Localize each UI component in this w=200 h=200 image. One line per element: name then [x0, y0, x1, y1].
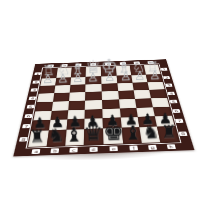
- rank-label-8-right: 8: [178, 131, 187, 136]
- square-f8[interactable]: ♝: [122, 127, 142, 143]
- piece-white-pawn[interactable]: ♙: [119, 70, 130, 83]
- piece-white-pawn[interactable]: ♙: [149, 69, 160, 82]
- square-d2[interactable]: ♙: [85, 76, 101, 84]
- piece-white-pawn[interactable]: ♙: [57, 72, 68, 85]
- file-label-a-bottom: a: [32, 148, 41, 153]
- square-a2[interactable]: ♙: [40, 78, 56, 86]
- square-f5[interactable]: [119, 99, 136, 108]
- chess-board: abcdefgh1♖♘♗♕♔♗♘♖12♙♙♙♙♙♙♙♙2334455667♟♟♟…: [13, 59, 194, 156]
- square-h8[interactable]: ♜: [157, 126, 179, 142]
- square-e4[interactable]: [101, 91, 119, 100]
- border-rank-cell: 3: [163, 81, 176, 89]
- rank-label-3-left: 3: [31, 88, 38, 91]
- square-f2[interactable]: ♙: [117, 75, 133, 83]
- square-c8[interactable]: ♝: [65, 129, 84, 145]
- square-e8[interactable]: ♚: [102, 128, 123, 144]
- square-b2[interactable]: ♙: [55, 77, 71, 85]
- file-label-d-bottom: d: [89, 147, 97, 152]
- border-rank-cell: 4: [165, 89, 178, 98]
- piece-white-pawn[interactable]: ♙: [72, 72, 83, 85]
- square-b8[interactable]: ♞: [47, 130, 67, 147]
- rank-label-1-right: 1: [161, 68, 168, 71]
- rank-label-8-left: 8: [19, 137, 28, 142]
- piece-white-pawn[interactable]: ♙: [42, 73, 53, 86]
- rank-label-7-right: 7: [175, 119, 184, 123]
- piece-black-rook[interactable]: ♜: [161, 124, 177, 142]
- square-c2[interactable]: ♙: [70, 77, 85, 85]
- border-file-cell: e: [103, 144, 125, 154]
- square-e2[interactable]: ♙: [101, 76, 118, 84]
- file-label-c-bottom: c: [70, 147, 79, 152]
- border-file-cell: g: [142, 142, 162, 152]
- border-file-cell: f: [124, 143, 144, 153]
- file-label-e-bottom: e: [109, 146, 118, 151]
- piece-white-pawn[interactable]: ♙: [134, 70, 145, 83]
- file-label-f-bottom: f: [129, 145, 138, 150]
- rank-label-1-left: 1: [34, 72, 41, 75]
- border-file-cell: c: [64, 145, 83, 155]
- border-rank-cell: 5: [24, 102, 37, 111]
- square-h2[interactable]: ♙: [146, 74, 162, 82]
- piece-black-rook[interactable]: ♜: [29, 128, 45, 146]
- rank-label-5-left: 5: [27, 105, 35, 109]
- rank-label-6-left: 6: [24, 114, 32, 118]
- file-label-g-bottom: g: [148, 144, 157, 149]
- border-file-cell: d: [83, 144, 103, 154]
- rank-label-3-right: 3: [165, 84, 173, 87]
- file-label-h-bottom: h: [166, 144, 175, 149]
- square-g2[interactable]: ♙: [132, 75, 148, 83]
- piece-white-pawn[interactable]: ♙: [87, 71, 98, 84]
- piece-white-pawn[interactable]: ♙: [104, 71, 115, 84]
- file-label-b-bottom: b: [51, 148, 60, 153]
- square-a5[interactable]: [35, 102, 53, 112]
- piece-black-knight[interactable]: ♞: [47, 126, 64, 145]
- piece-black-queen[interactable]: ♛: [83, 122, 103, 145]
- piece-black-bishop[interactable]: ♝: [123, 123, 141, 143]
- square-b4[interactable]: [53, 93, 70, 102]
- piece-black-knight[interactable]: ♞: [142, 123, 159, 142]
- square-g8[interactable]: ♞: [140, 127, 161, 143]
- square-d8[interactable]: ♛: [83, 129, 103, 145]
- border-file-cell: a: [26, 146, 46, 156]
- border-rank-cell: 5: [167, 97, 181, 106]
- rank-label-5-right: 5: [170, 100, 178, 104]
- border-corner: [13, 147, 28, 156]
- square-c4[interactable]: [69, 92, 85, 101]
- rank-label-2-right: 2: [163, 76, 170, 79]
- square-g5[interactable]: [135, 98, 153, 107]
- border-rank-cell: 4: [26, 94, 39, 103]
- product-photo-canvas: abcdefgh1♖♘♗♕♔♗♘♖12♙♙♙♙♙♙♙♙2334455667♟♟♟…: [0, 0, 200, 200]
- rank-label-2-left: 2: [32, 81, 39, 84]
- rank-label-4-left: 4: [29, 96, 37, 100]
- border-file-cell: b: [45, 146, 65, 156]
- border-corner: [179, 141, 195, 150]
- piece-black-king[interactable]: ♚: [102, 120, 124, 144]
- border-file-cell: h: [161, 142, 182, 152]
- rank-label-6-right: 6: [172, 109, 180, 113]
- piece-black-bishop[interactable]: ♝: [65, 125, 83, 145]
- rank-label-4-right: 4: [167, 92, 175, 96]
